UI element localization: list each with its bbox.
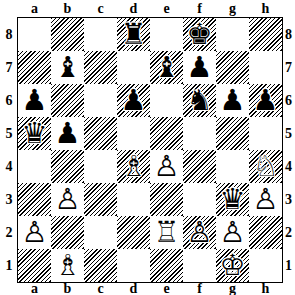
square-g5[interactable]: [216, 117, 249, 150]
square-a6[interactable]: ♟: [18, 84, 51, 117]
square-b2[interactable]: [51, 216, 84, 249]
piece-white-pawn[interactable]: ♙: [220, 216, 246, 249]
file-label-top-f: f: [183, 0, 216, 18]
piece-white-pawn[interactable]: ♙: [154, 150, 180, 183]
piece-black-queen[interactable]: ♛: [22, 117, 48, 150]
file-label-top-d: d: [117, 0, 150, 18]
square-g7[interactable]: [216, 51, 249, 84]
file-label-bottom-h: h: [249, 282, 282, 295]
piece-black-bishop[interactable]: ♝: [55, 51, 81, 84]
square-c8[interactable]: [84, 18, 117, 51]
square-e1[interactable]: [150, 249, 183, 282]
square-h3[interactable]: ♙: [249, 183, 282, 216]
file-label-bottom-f: f: [183, 282, 216, 295]
square-d7[interactable]: [117, 51, 150, 84]
file-label-bottom-c: c: [84, 282, 117, 295]
square-c4[interactable]: [84, 150, 117, 183]
piece-black-pawn[interactable]: ♟: [187, 51, 213, 84]
file-label-top-a: a: [18, 0, 51, 18]
square-h2[interactable]: [249, 216, 282, 249]
file-label-top-g: g: [216, 0, 249, 18]
square-f4[interactable]: [183, 150, 216, 183]
rank-label-right-4: 4: [282, 150, 295, 183]
rank-label-left-2: 2: [0, 216, 18, 249]
piece-white-knight[interactable]: ♘: [253, 150, 279, 183]
square-d5[interactable]: [117, 117, 150, 150]
rank-label-left-5: 5: [0, 117, 18, 150]
square-a5[interactable]: ♛: [18, 117, 51, 150]
rank-label-right-5: 5: [282, 117, 295, 150]
piece-white-bishop[interactable]: ♗: [55, 249, 81, 282]
square-f6[interactable]: ♞: [183, 84, 216, 117]
file-label-top-b: b: [51, 0, 84, 18]
rank-label-right-3: 3: [282, 183, 295, 216]
piece-white-bishop[interactable]: ♗: [121, 150, 147, 183]
square-b4[interactable]: [51, 150, 84, 183]
piece-black-king[interactable]: ♚: [187, 18, 213, 51]
rank-label-right-1: 1: [282, 249, 295, 282]
piece-white-pawn[interactable]: ♙: [55, 183, 81, 216]
square-h5[interactable]: [249, 117, 282, 150]
file-label-bottom-b: b: [51, 282, 84, 295]
square-f2[interactable]: ♙: [183, 216, 216, 249]
square-e7[interactable]: ♝: [150, 51, 183, 84]
square-h4[interactable]: ♘: [249, 150, 282, 183]
square-a3[interactable]: [18, 183, 51, 216]
square-d2[interactable]: [117, 216, 150, 249]
square-f1[interactable]: [183, 249, 216, 282]
square-a7[interactable]: [18, 51, 51, 84]
square-h7[interactable]: [249, 51, 282, 84]
square-c6[interactable]: [84, 84, 117, 117]
rank-label-left-6: 6: [0, 84, 18, 117]
rank-label-right-8: 8: [282, 18, 295, 51]
file-label-bottom-g: g: [216, 282, 249, 295]
square-b7[interactable]: ♝: [51, 51, 84, 84]
square-e5[interactable]: [150, 117, 183, 150]
square-c7[interactable]: [84, 51, 117, 84]
piece-white-pawn[interactable]: ♙: [187, 216, 213, 249]
piece-black-queen[interactable]: ♛: [220, 183, 246, 216]
square-d1[interactable]: [117, 249, 150, 282]
square-e8[interactable]: [150, 18, 183, 51]
square-d4[interactable]: ♗: [117, 150, 150, 183]
square-f5[interactable]: [183, 117, 216, 150]
square-d3[interactable]: [117, 183, 150, 216]
square-b3[interactable]: ♙: [51, 183, 84, 216]
rank-label-right-2: 2: [282, 216, 295, 249]
file-label-bottom-d: d: [117, 282, 150, 295]
square-g2[interactable]: ♙: [216, 216, 249, 249]
rank-label-left-4: 4: [0, 150, 18, 183]
square-h1[interactable]: [249, 249, 282, 282]
file-label-top-e: e: [150, 0, 183, 18]
square-g8[interactable]: [216, 18, 249, 51]
square-a2[interactable]: ♙: [18, 216, 51, 249]
rank-label-left-3: 3: [0, 183, 18, 216]
square-c3[interactable]: [84, 183, 117, 216]
file-label-bottom-e: e: [150, 282, 183, 295]
square-a1[interactable]: [18, 249, 51, 282]
square-a4[interactable]: [18, 150, 51, 183]
file-label-top-h: h: [249, 0, 282, 18]
piece-white-rook[interactable]: ♖: [154, 216, 180, 249]
square-c5[interactable]: [84, 117, 117, 150]
square-h8[interactable]: [249, 18, 282, 51]
piece-black-knight[interactable]: ♞: [187, 84, 213, 117]
piece-black-bishop[interactable]: ♝: [154, 51, 180, 84]
square-e4[interactable]: ♙: [150, 150, 183, 183]
rank-label-left-8: 8: [0, 18, 18, 51]
square-b5[interactable]: ♟: [51, 117, 84, 150]
chess-diagram: ♜♚♝♝♟♟♟♞♟♟♛♟♗♙♘♙♛♙♙♖♙♙♗♔ aabbccddeeffggh…: [0, 0, 295, 295]
rank-label-right-7: 7: [282, 51, 295, 84]
chess-board: ♜♚♝♝♟♟♟♞♟♟♛♟♗♙♘♙♛♙♙♖♙♙♗♔: [18, 18, 282, 282]
piece-black-pawn[interactable]: ♟: [55, 117, 81, 150]
piece-black-pawn[interactable]: ♟: [121, 84, 147, 117]
piece-white-pawn[interactable]: ♙: [253, 183, 279, 216]
piece-black-pawn[interactable]: ♟: [220, 84, 246, 117]
square-g1[interactable]: ♔: [216, 249, 249, 282]
square-b8[interactable]: [51, 18, 84, 51]
square-b1[interactable]: ♗: [51, 249, 84, 282]
piece-black-pawn[interactable]: ♟: [22, 84, 48, 117]
rank-label-left-1: 1: [0, 249, 18, 282]
square-g6[interactable]: ♟: [216, 84, 249, 117]
file-label-bottom-a: a: [18, 282, 51, 295]
square-b6[interactable]: [51, 84, 84, 117]
square-a8[interactable]: [18, 18, 51, 51]
piece-black-pawn[interactable]: ♟: [253, 84, 279, 117]
piece-white-pawn[interactable]: ♙: [22, 216, 48, 249]
rank-label-left-7: 7: [0, 51, 18, 84]
square-f7[interactable]: ♟: [183, 51, 216, 84]
square-g3[interactable]: ♛: [216, 183, 249, 216]
square-h6[interactable]: ♟: [249, 84, 282, 117]
square-e6[interactable]: [150, 84, 183, 117]
square-d8[interactable]: ♜: [117, 18, 150, 51]
file-label-top-c: c: [84, 0, 117, 18]
square-e3[interactable]: [150, 183, 183, 216]
square-f8[interactable]: ♚: [183, 18, 216, 51]
rank-label-right-6: 6: [282, 84, 295, 117]
square-f3[interactable]: [183, 183, 216, 216]
square-e2[interactable]: ♖: [150, 216, 183, 249]
square-c2[interactable]: [84, 216, 117, 249]
piece-black-rook[interactable]: ♜: [121, 18, 147, 51]
square-c1[interactable]: [84, 249, 117, 282]
square-g4[interactable]: [216, 150, 249, 183]
piece-white-king[interactable]: ♔: [220, 249, 246, 282]
square-d6[interactable]: ♟: [117, 84, 150, 117]
